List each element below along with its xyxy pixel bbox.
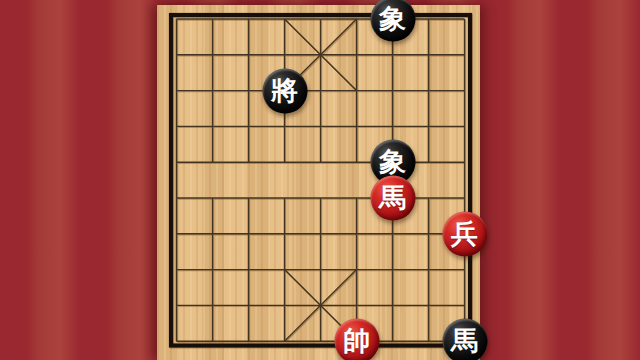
black-piece-glyph: 將	[271, 77, 298, 104]
striped-curtain-background: 象將象馬兵帥馬	[0, 0, 640, 360]
red-piece-glyph: 兵	[451, 220, 478, 247]
red-soldier[interactable]: 兵	[442, 211, 487, 256]
black-piece-glyph: 馬	[451, 328, 478, 355]
black-piece-glyph: 象	[379, 149, 406, 176]
black-piece-glyph: 象	[379, 6, 406, 33]
red-general[interactable]: 帥	[334, 319, 379, 360]
red-horse[interactable]: 馬	[370, 176, 415, 221]
black-general[interactable]: 將	[262, 68, 307, 113]
red-piece-glyph: 帥	[343, 328, 370, 355]
red-piece-glyph: 馬	[379, 185, 406, 212]
black-horse[interactable]: 馬	[442, 319, 487, 360]
xiangqi-board-grid	[0, 0, 640, 360]
